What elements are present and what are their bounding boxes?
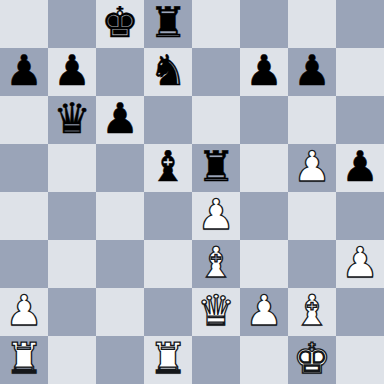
square-h4[interactable] <box>336 192 384 240</box>
square-f5[interactable] <box>240 144 288 192</box>
white-rook[interactable]: ♜ <box>149 335 187 383</box>
square-e8[interactable] <box>192 0 240 48</box>
black-king[interactable]: ♚ <box>101 0 139 47</box>
square-d6[interactable] <box>144 96 192 144</box>
square-a1[interactable]: ♜ <box>0 336 48 384</box>
square-b8[interactable] <box>48 0 96 48</box>
square-b4[interactable] <box>48 192 96 240</box>
square-e1[interactable] <box>192 336 240 384</box>
black-pawn[interactable]: ♟ <box>5 47 43 95</box>
square-d7[interactable]: ♞ <box>144 48 192 96</box>
white-bishop[interactable]: ♝ <box>197 239 235 287</box>
square-g7[interactable]: ♟ <box>288 48 336 96</box>
black-knight[interactable]: ♞ <box>149 47 187 95</box>
square-a7[interactable]: ♟ <box>0 48 48 96</box>
square-g5[interactable]: ♟ <box>288 144 336 192</box>
black-bishop[interactable]: ♝ <box>149 143 187 191</box>
black-pawn[interactable]: ♟ <box>293 47 331 95</box>
square-b3[interactable] <box>48 240 96 288</box>
square-g1[interactable]: ♚ <box>288 336 336 384</box>
square-f3[interactable] <box>240 240 288 288</box>
square-a3[interactable] <box>0 240 48 288</box>
white-rook[interactable]: ♜ <box>5 335 43 383</box>
square-c4[interactable] <box>96 192 144 240</box>
square-a4[interactable] <box>0 192 48 240</box>
square-h3[interactable]: ♟ <box>336 240 384 288</box>
square-e4[interactable]: ♟ <box>192 192 240 240</box>
white-pawn[interactable]: ♟ <box>293 143 331 191</box>
square-g6[interactable] <box>288 96 336 144</box>
square-d2[interactable] <box>144 288 192 336</box>
square-f7[interactable]: ♟ <box>240 48 288 96</box>
black-pawn[interactable]: ♟ <box>53 47 91 95</box>
black-pawn[interactable]: ♟ <box>341 143 379 191</box>
square-h1[interactable] <box>336 336 384 384</box>
square-b6[interactable]: ♛ <box>48 96 96 144</box>
square-b5[interactable] <box>48 144 96 192</box>
white-queen[interactable]: ♛ <box>197 287 235 335</box>
square-f8[interactable] <box>240 0 288 48</box>
white-bishop[interactable]: ♝ <box>293 287 331 335</box>
black-queen[interactable]: ♛ <box>53 95 91 143</box>
square-b2[interactable] <box>48 288 96 336</box>
square-d3[interactable] <box>144 240 192 288</box>
square-c2[interactable] <box>96 288 144 336</box>
black-pawn[interactable]: ♟ <box>101 95 139 143</box>
square-e7[interactable] <box>192 48 240 96</box>
square-f2[interactable]: ♟ <box>240 288 288 336</box>
square-h6[interactable] <box>336 96 384 144</box>
square-g4[interactable] <box>288 192 336 240</box>
square-a8[interactable] <box>0 0 48 48</box>
square-c7[interactable] <box>96 48 144 96</box>
square-h2[interactable] <box>336 288 384 336</box>
white-pawn[interactable]: ♟ <box>5 287 43 335</box>
square-c8[interactable]: ♚ <box>96 0 144 48</box>
square-e3[interactable]: ♝ <box>192 240 240 288</box>
square-f1[interactable] <box>240 336 288 384</box>
square-g8[interactable] <box>288 0 336 48</box>
square-d5[interactable]: ♝ <box>144 144 192 192</box>
square-c1[interactable] <box>96 336 144 384</box>
square-a6[interactable] <box>0 96 48 144</box>
white-pawn[interactable]: ♟ <box>341 239 379 287</box>
square-c3[interactable] <box>96 240 144 288</box>
square-a2[interactable]: ♟ <box>0 288 48 336</box>
white-pawn[interactable]: ♟ <box>197 191 235 239</box>
white-pawn[interactable]: ♟ <box>245 287 283 335</box>
square-c6[interactable]: ♟ <box>96 96 144 144</box>
square-g3[interactable] <box>288 240 336 288</box>
square-e5[interactable]: ♜ <box>192 144 240 192</box>
black-rook[interactable]: ♜ <box>149 0 187 47</box>
square-e2[interactable]: ♛ <box>192 288 240 336</box>
square-f6[interactable] <box>240 96 288 144</box>
square-a5[interactable] <box>0 144 48 192</box>
square-h7[interactable] <box>336 48 384 96</box>
square-g2[interactable]: ♝ <box>288 288 336 336</box>
black-pawn[interactable]: ♟ <box>245 47 283 95</box>
square-b1[interactable] <box>48 336 96 384</box>
square-h8[interactable] <box>336 0 384 48</box>
white-king[interactable]: ♚ <box>293 335 331 383</box>
square-d4[interactable] <box>144 192 192 240</box>
square-c5[interactable] <box>96 144 144 192</box>
chess-board: ♚♜♟♟♞♟♟♛♟♝♜♟♟♟♝♟♟♛♟♝♜♜♚ <box>0 0 384 384</box>
square-d8[interactable]: ♜ <box>144 0 192 48</box>
black-rook[interactable]: ♜ <box>197 143 235 191</box>
square-h5[interactable]: ♟ <box>336 144 384 192</box>
square-e6[interactable] <box>192 96 240 144</box>
square-b7[interactable]: ♟ <box>48 48 96 96</box>
square-f4[interactable] <box>240 192 288 240</box>
square-d1[interactable]: ♜ <box>144 336 192 384</box>
